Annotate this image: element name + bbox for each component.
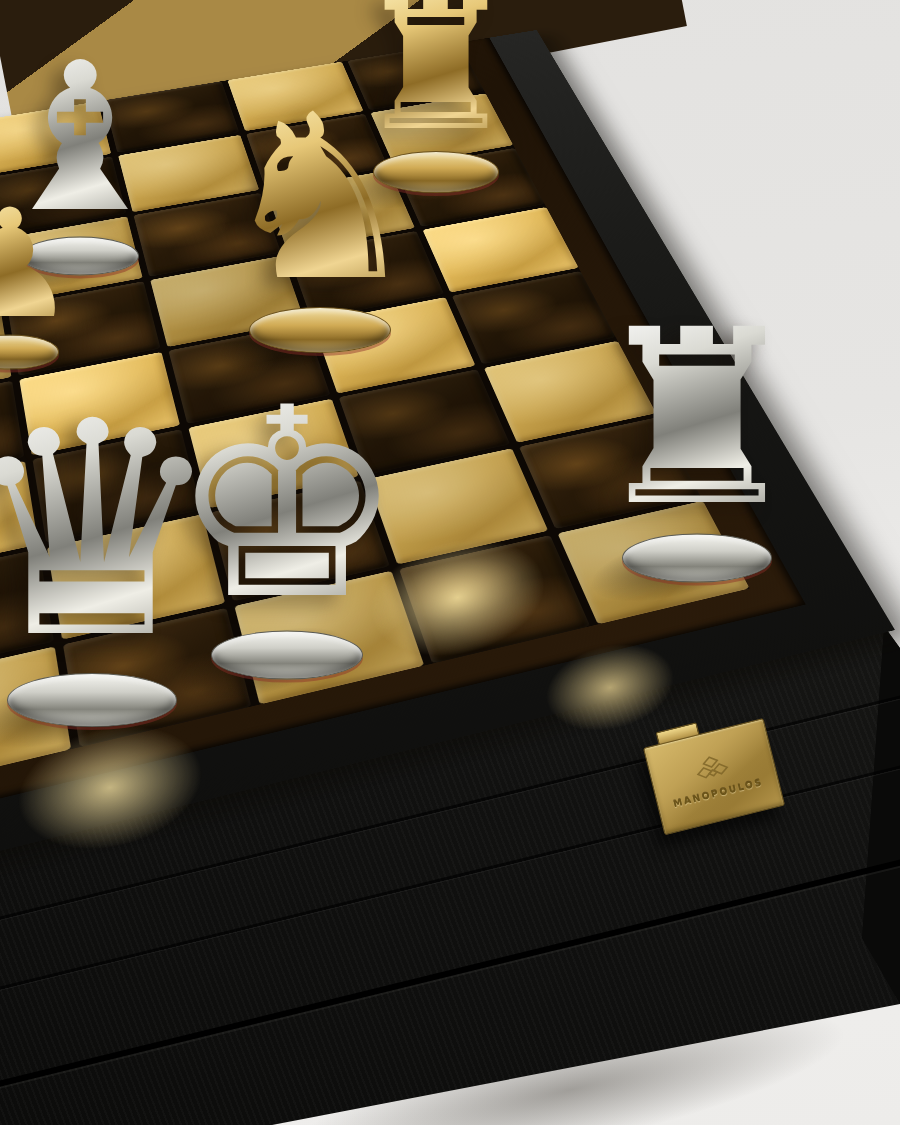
piece-glyph: ♟ [0, 189, 77, 339]
piece-glyph: ♜ [589, 297, 806, 539]
pieces-layer: ♜♝♞♟♜♚♛ [0, 0, 900, 1125]
product-photo-scene: ♜♝♞♟♜♚♛ MANOPOULOS [0, 0, 900, 1125]
piece-glyph: ♞ [218, 84, 422, 312]
piece-glyph: ♛ [0, 383, 225, 679]
manopoulos-logo-icon [691, 751, 733, 789]
